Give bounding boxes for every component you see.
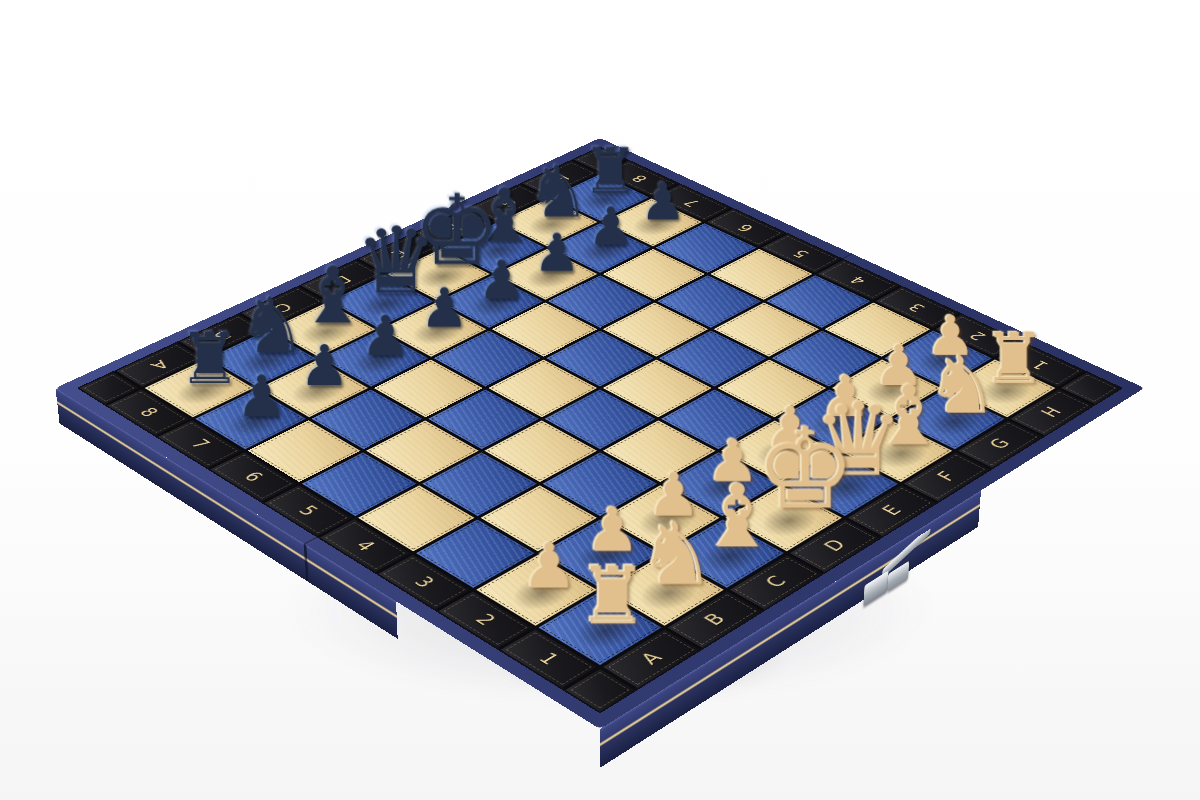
white-rook[interactable]: ♜ [570, 556, 657, 635]
rank-label-left-1: 1 [533, 649, 563, 667]
rank-label-left-7: 7 [186, 436, 214, 451]
rank-label-right-6: 6 [734, 222, 758, 234]
file-label-far-a: A [147, 358, 173, 372]
file-label-near-h: H [1037, 404, 1066, 419]
file-label-near-d: D [819, 537, 850, 555]
file-label-near-a: A [636, 649, 667, 668]
square-h6[interactable] [656, 223, 757, 272]
file-label-near-g: G [985, 436, 1015, 452]
rank-label-right-4: 4 [846, 274, 870, 286]
rank-label-left-3: 3 [409, 573, 439, 590]
square-d5[interactable] [488, 360, 597, 418]
black-pawn[interactable]: ♟ [222, 368, 301, 425]
file-label-near-c: C [761, 573, 792, 591]
file-label-near-e: E [878, 502, 907, 518]
file-label-near-f: F [933, 469, 961, 484]
side-fold-seam [304, 543, 309, 582]
rank-label-left-6: 6 [239, 469, 267, 484]
rank-label-right-5: 5 [789, 247, 813, 259]
rank-label-left-8: 8 [135, 405, 163, 419]
rank-label-left-5: 5 [294, 502, 323, 518]
rank-label-left-4: 4 [350, 537, 379, 553]
file-label-near-b: B [699, 610, 730, 628]
rank-label-left-2: 2 [470, 611, 500, 629]
photo-stage: ABCDEFGH8♜♞♝♛♚♝♞♜87♟♟♟♟♟♟♟♟7665544332♟♟♟… [0, 0, 1200, 800]
